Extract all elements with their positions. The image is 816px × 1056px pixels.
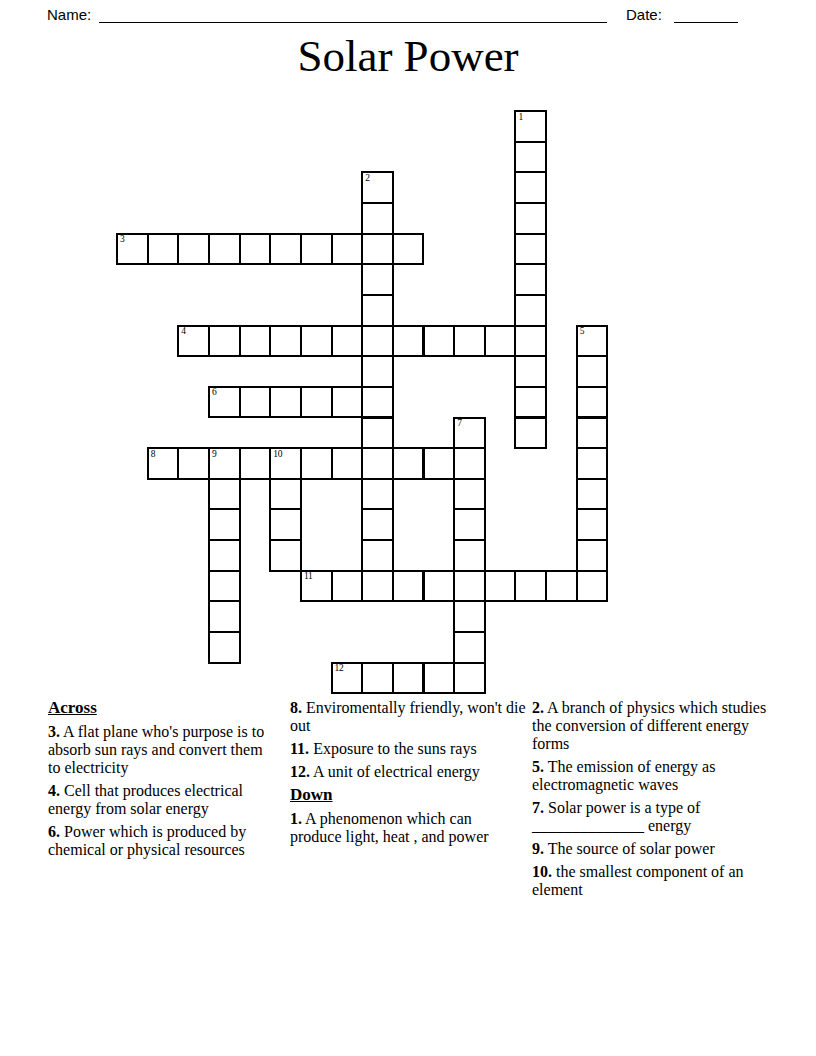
grid-cell[interactable] [453,600,486,633]
grid-cell[interactable] [423,325,456,358]
grid-cell[interactable]: 9 [208,447,241,480]
grid-cell[interactable] [453,325,486,358]
grid-cell[interactable]: 4 [177,325,210,358]
grid-cell[interactable] [177,233,210,266]
clue-number: 3 [120,235,124,245]
grid-cell[interactable] [239,325,272,358]
grid-cell[interactable] [208,233,241,266]
clue-number-label: 1. [290,810,302,827]
grid-cell[interactable] [576,478,609,511]
clue-number: 6 [212,388,216,398]
clue-across-6: 6. Power which is produced by chemical o… [48,823,270,859]
date-blank-line[interactable] [674,22,738,23]
grid-cell[interactable] [423,662,456,695]
grid-cell[interactable]: 2 [361,171,394,204]
grid-cell[interactable] [576,355,609,388]
grid-cell[interactable] [300,386,333,419]
clue-down-1: 1. A phenomenon which can produce light,… [290,810,526,846]
grid-cell[interactable] [300,325,333,358]
grid-cell[interactable] [361,508,394,541]
clues-column-middle: 8. Enviromentally friendly, won't die ou… [290,699,526,851]
clue-number: 7 [457,419,461,429]
grid-cell[interactable]: 12 [331,662,364,695]
clue-number-label: 4. [48,782,60,799]
grid-cell[interactable] [361,662,394,695]
grid-cell[interactable] [514,325,547,358]
grid-cell[interactable]: 6 [208,386,241,419]
grid-cell[interactable] [361,386,394,419]
name-label: Name: [47,6,91,23]
grid-cell[interactable] [514,263,547,296]
grid-cell[interactable] [361,294,394,327]
clue-number-label: 6. [48,823,60,840]
grid-cell[interactable] [453,539,486,572]
grid-cell[interactable] [423,570,456,603]
grid-cell[interactable] [361,233,394,266]
clue-across-4: 4. Cell that produces electrical energy … [48,782,270,818]
clue-number: 5 [580,327,584,337]
grid-cell[interactable] [514,202,547,235]
clue-number-label: 10. [532,863,552,880]
clue-number: 12 [335,664,344,674]
clue-across-3: 3. A flat plane who's purpose is to abso… [48,723,270,777]
grid-cell[interactable] [545,570,578,603]
grid-cell[interactable] [208,539,241,572]
clue-number-label: 11. [290,740,309,757]
clue-down-7: 7. Solar power is a type of ____________… [532,799,776,835]
clue-down-9: 9. The source of solar power [532,840,776,858]
crossword-grid: 123456789101112 [116,110,636,710]
worksheet-page: Name: Date: Solar Power 123456789101112 … [0,0,816,1056]
grid-cell[interactable] [147,233,180,266]
grid-cell[interactable]: 5 [576,325,609,358]
across-heading: Across [48,699,270,717]
clue-number-label: 8. [290,699,302,716]
grid-cell[interactable] [576,508,609,541]
grid-cell[interactable] [514,171,547,204]
clue-across-12: 12. A unit of electrical energy [290,763,526,781]
grid-cell[interactable]: 10 [269,447,302,480]
grid-cell[interactable] [361,447,394,480]
name-blank-line[interactable] [99,22,607,23]
grid-cell[interactable] [331,386,364,419]
clue-number: 10 [273,450,282,460]
grid-cell[interactable] [576,417,609,450]
grid-cell[interactable] [453,570,486,603]
grid-cell[interactable] [514,233,547,266]
grid-cell[interactable] [361,355,394,388]
grid-cell[interactable] [576,386,609,419]
grid-cell[interactable] [300,447,333,480]
down-heading: Down [290,786,526,804]
grid-cell[interactable] [453,508,486,541]
grid-cell[interactable] [208,325,241,358]
grid-cell[interactable] [453,662,486,695]
clue-number: 1 [518,113,522,123]
grid-cell[interactable] [331,570,364,603]
grid-cell[interactable] [514,417,547,450]
grid-cell[interactable] [331,447,364,480]
grid-cell[interactable] [361,570,394,603]
grid-cell[interactable] [331,325,364,358]
grid-cell[interactable] [269,233,302,266]
grid-cell[interactable] [269,539,302,572]
clue-across-11: 11. Exposure to the suns rays [290,740,526,758]
grid-cell[interactable] [576,539,609,572]
grid-cell[interactable] [361,478,394,511]
grid-cell[interactable] [453,631,486,664]
grid-cell[interactable] [392,325,425,358]
grid-cell[interactable]: 11 [300,570,333,603]
clue-number-label: 5. [532,758,544,775]
clue-down-2: 2. A branch of physics which studies the… [532,699,776,753]
grid-cell[interactable] [361,539,394,572]
grid-cell[interactable] [484,570,517,603]
grid-cell[interactable] [514,570,547,603]
grid-cell[interactable] [208,600,241,633]
clue-number-label: 3. [48,723,60,740]
grid-cell[interactable] [269,325,302,358]
grid-cell[interactable] [453,447,486,480]
clues-column-across: Across3. A flat plane who's purpose is t… [48,699,270,864]
grid-cell[interactable] [361,202,394,235]
puzzle-title: Solar Power [0,33,816,80]
grid-cell[interactable] [239,447,272,480]
grid-cell[interactable] [361,263,394,296]
grid-cell[interactable] [392,662,425,695]
grid-cell[interactable] [177,447,210,480]
grid-cell[interactable] [269,386,302,419]
clue-number-label: 2. [532,699,544,716]
clue-number: 2 [365,174,369,184]
grid-cell[interactable] [392,570,425,603]
grid-cell[interactable] [239,233,272,266]
clue-number: 9 [212,450,216,460]
grid-cell[interactable] [514,355,547,388]
grid-cell[interactable] [484,325,517,358]
grid-cell[interactable] [392,233,425,266]
grid-cell[interactable] [514,141,547,174]
clue-number-label: 9. [532,840,544,857]
clue-number: 11 [304,572,313,582]
grid-cell[interactable] [576,570,609,603]
clue-number-label: 7. [532,799,544,816]
grid-cell[interactable]: 8 [147,447,180,480]
clue-number: 4 [181,327,185,337]
grid-cell[interactable] [453,478,486,511]
grid-cell[interactable] [208,478,241,511]
grid-cell[interactable]: 1 [514,110,547,143]
grid-cell[interactable] [361,325,394,358]
grid-cell[interactable] [208,570,241,603]
grid-cell[interactable] [239,386,272,419]
grid-cell[interactable]: 7 [453,417,486,450]
clues-column-down: 2. A branch of physics which studies the… [532,699,776,904]
grid-cell[interactable] [208,508,241,541]
grid-cell[interactable] [269,478,302,511]
grid-cell[interactable] [269,508,302,541]
grid-cell[interactable] [208,631,241,664]
clue-down-10: 10. the smallest component of an element [532,863,776,899]
grid-cell[interactable] [423,447,456,480]
grid-cell[interactable] [514,386,547,419]
grid-cell[interactable] [392,447,425,480]
clue-across-8: 8. Enviromentally friendly, won't die ou… [290,699,526,735]
clue-number: 8 [151,450,155,460]
grid-cell[interactable] [514,294,547,327]
grid-cell[interactable] [576,447,609,480]
date-label: Date: [626,6,662,23]
grid-cell[interactable] [331,233,364,266]
grid-cell[interactable] [300,233,333,266]
grid-cell[interactable]: 3 [116,233,149,266]
clue-number-label: 12. [290,763,310,780]
clue-down-5: 5. The emission of energy as electromagn… [532,758,776,794]
grid-cell[interactable] [361,417,394,450]
